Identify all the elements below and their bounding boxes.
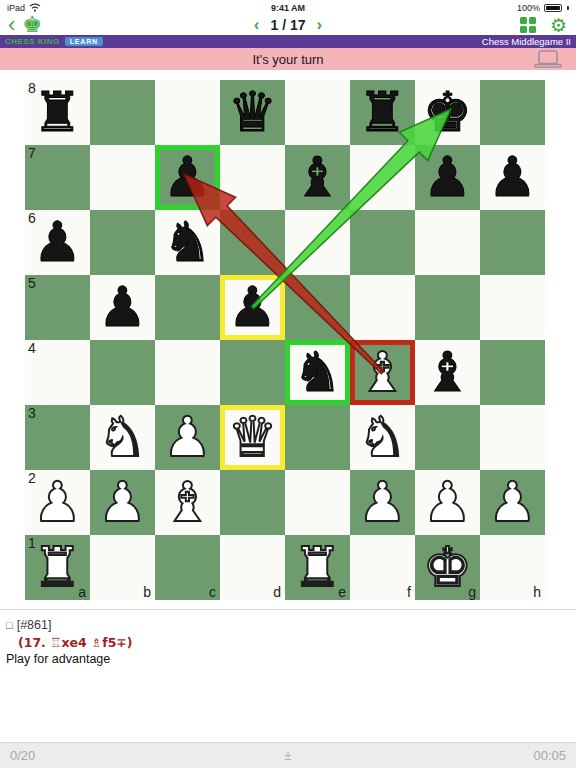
chess-board: 8♜♛♜♚7♟♝♟♟6♟♞5♟♟4♞♝♝3♞♟♛♞2♟♟♝♟♟♟1a♜bcde♜… (25, 80, 545, 600)
square-a4[interactable]: 4 (25, 340, 90, 405)
square-e5[interactable] (285, 275, 350, 340)
instruction-text: Play for advantage (6, 651, 576, 668)
battery-icon (544, 4, 562, 12)
file-label: h (533, 585, 541, 599)
square-e8[interactable] (285, 80, 350, 145)
piece-wB-f4: ♝ (358, 340, 407, 405)
square-b7[interactable] (90, 145, 155, 210)
square-d3[interactable]: ♛ (220, 405, 285, 470)
rank-label: 6 (28, 211, 36, 226)
piece-wQ-d3: ♛ (228, 405, 277, 470)
square-b2[interactable]: ♟ (90, 470, 155, 535)
square-h1[interactable]: h (480, 535, 545, 600)
square-h4[interactable] (480, 340, 545, 405)
puzzle-grid-icon[interactable] (520, 17, 536, 33)
square-c5[interactable] (155, 275, 220, 340)
next-puzzle-button[interactable]: › (317, 15, 323, 35)
square-e7[interactable]: ♝ (285, 145, 350, 210)
square-h3[interactable] (480, 405, 545, 470)
turn-message: It's your turn (252, 52, 323, 67)
piece-wR-e1: ♜ (293, 535, 342, 600)
piece-wN-b3: ♞ (98, 405, 147, 470)
puzzle-id: [#861] (17, 618, 52, 632)
piece-bR-f8: ♜ (358, 80, 407, 145)
piece-wN-f3: ♞ (358, 405, 407, 470)
square-f2[interactable]: ♟ (350, 470, 415, 535)
piece-bP-h7: ♟ (488, 145, 537, 210)
square-a1[interactable]: 1a♜ (25, 535, 90, 600)
turn-banner: It's your turn (0, 48, 576, 70)
rank-label: 7 (28, 146, 36, 161)
nav-bar: ‹ ♚ ‹ 1 / 17 › ⚙ (0, 15, 576, 35)
learn-badge: LEARN (65, 37, 103, 46)
footer-bar: 0/20 ± 00:05 (0, 742, 576, 768)
piece-bB-g4: ♝ (423, 340, 472, 405)
piece-bN-e4: ♞ (293, 340, 342, 405)
piece-bP-a6: ♟ (33, 210, 82, 275)
square-g7[interactable]: ♟ (415, 145, 480, 210)
square-h6[interactable] (480, 210, 545, 275)
piece-wP-b2: ♟ (98, 470, 147, 535)
square-d5[interactable]: ♟ (220, 275, 285, 340)
computer-opponent-icon[interactable] (534, 50, 562, 69)
square-a6[interactable]: 6♟ (25, 210, 90, 275)
square-c1[interactable]: c (155, 535, 220, 600)
chess-app: 9:41 AM iPad 100% ‹ ♚ ‹ 1 / 17 › ⚙ (0, 0, 576, 768)
square-g8[interactable]: ♚ (415, 80, 480, 145)
square-a2[interactable]: 2♟ (25, 470, 90, 535)
rank-label: 4 (28, 341, 36, 356)
piece-wP-a2: ♟ (33, 470, 82, 535)
gear-icon[interactable]: ⚙ (550, 15, 567, 35)
square-a3[interactable]: 3 (25, 405, 90, 470)
square-d8[interactable]: ♛ (220, 80, 285, 145)
square-a8[interactable]: 8♜ (25, 80, 90, 145)
square-c4[interactable] (155, 340, 220, 405)
square-c8[interactable] (155, 80, 220, 145)
square-f8[interactable]: ♜ (350, 80, 415, 145)
square-g3[interactable] (415, 405, 480, 470)
rank-label: 3 (28, 406, 36, 421)
square-b6[interactable] (90, 210, 155, 275)
square-d4[interactable] (220, 340, 285, 405)
square-g4[interactable]: ♝ (415, 340, 480, 405)
square-h2[interactable]: ♟ (480, 470, 545, 535)
piece-bP-d5: ♟ (228, 275, 277, 340)
square-h5[interactable] (480, 275, 545, 340)
rank-label: 5 (28, 276, 36, 291)
piece-bB-e7: ♝ (293, 145, 342, 210)
white-to-move-marker: □ (6, 619, 13, 631)
file-label: c (209, 585, 216, 599)
timer: 00:05 (533, 748, 566, 763)
annotation-panel: □[#861] (17. ♖xe4 ♗f5∓) Play for advanta… (0, 609, 576, 668)
square-g6[interactable] (415, 210, 480, 275)
file-label: b (143, 585, 151, 599)
square-b3[interactable]: ♞ (90, 405, 155, 470)
square-g5[interactable] (415, 275, 480, 340)
file-label: f (407, 585, 411, 599)
square-d6[interactable] (220, 210, 285, 275)
course-title: Chess Middlegame II (482, 36, 571, 47)
square-g2[interactable]: ♟ (415, 470, 480, 535)
piece-bN-c6: ♞ (163, 210, 212, 275)
square-e4[interactable]: ♞ (285, 340, 350, 405)
square-b1[interactable]: b (90, 535, 155, 600)
piece-wP-h2: ♟ (488, 470, 537, 535)
square-f3[interactable]: ♞ (350, 405, 415, 470)
file-label: a (78, 585, 86, 599)
piece-wR-a1: ♜ (33, 535, 82, 600)
square-e1[interactable]: e♜ (285, 535, 350, 600)
piece-wK-g1: ♚ (423, 535, 472, 600)
prev-puzzle-button[interactable]: ‹ (254, 15, 260, 35)
file-label: e (338, 585, 346, 599)
square-f1[interactable]: f (350, 535, 415, 600)
rank-label: 1 (28, 536, 36, 551)
status-bar: 9:41 AM iPad 100% (0, 0, 576, 15)
square-f7[interactable] (350, 145, 415, 210)
piece-bQ-d8: ♛ (228, 80, 277, 145)
square-e2[interactable] (285, 470, 350, 535)
square-e3[interactable] (285, 405, 350, 470)
square-b4[interactable] (90, 340, 155, 405)
piece-bP-b5: ♟ (98, 275, 147, 340)
piece-wP-g2: ♟ (423, 470, 472, 535)
square-h8[interactable] (480, 80, 545, 145)
square-d1[interactable]: d (220, 535, 285, 600)
piece-bK-g8: ♚ (423, 80, 472, 145)
piece-wB-c2: ♝ (163, 470, 212, 535)
square-b5[interactable]: ♟ (90, 275, 155, 340)
square-b8[interactable] (90, 80, 155, 145)
piece-wP-f2: ♟ (358, 470, 407, 535)
brand-bar: CHESS KING LEARN Chess Middlegame II (0, 35, 576, 48)
square-f5[interactable] (350, 275, 415, 340)
rank-label: 2 (28, 471, 36, 486)
piece-bP-g7: ♟ (423, 145, 472, 210)
square-g1[interactable]: g♚ (415, 535, 480, 600)
square-a5[interactable]: 5 (25, 275, 90, 340)
brand-name: CHESS KING (5, 37, 60, 46)
file-label: d (273, 585, 281, 599)
square-f4[interactable]: ♝ (350, 340, 415, 405)
square-f6[interactable] (350, 210, 415, 275)
status-time: 9:41 AM (0, 3, 576, 13)
puzzle-counter: 1 / 17 (270, 17, 305, 33)
square-c7[interactable]: ♟ (155, 145, 220, 210)
piece-bP-c7: ♟ (163, 145, 212, 210)
file-label: g (468, 585, 476, 599)
square-d2[interactable] (220, 470, 285, 535)
variation-line: (17. ♖xe4 ♗f5∓) (18, 634, 576, 651)
piece-wP-c3: ♟ (163, 405, 212, 470)
square-h7[interactable]: ♟ (480, 145, 545, 210)
square-a7[interactable]: 7 (25, 145, 90, 210)
piece-bR-a8: ♜ (33, 80, 82, 145)
square-e6[interactable] (285, 210, 350, 275)
square-d7[interactable] (220, 145, 285, 210)
rank-label: 8 (28, 81, 36, 96)
square-c2[interactable]: ♝ (155, 470, 220, 535)
square-c3[interactable]: ♟ (155, 405, 220, 470)
square-c6[interactable]: ♞ (155, 210, 220, 275)
eval-symbol: ± (0, 748, 576, 763)
